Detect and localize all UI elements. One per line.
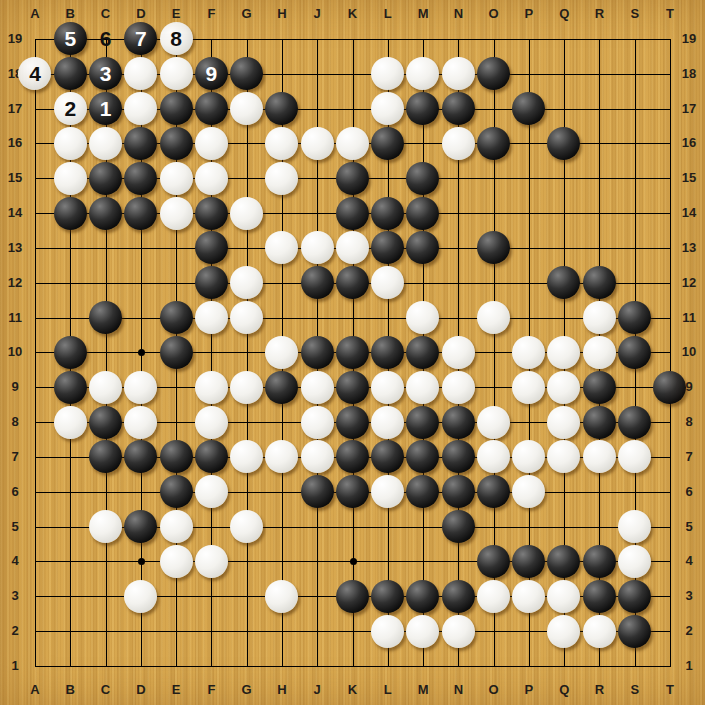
point-K5[interactable] (335, 509, 370, 544)
point-F19[interactable] (194, 22, 229, 57)
point-N2[interactable] (441, 614, 476, 649)
point-L15[interactable] (370, 161, 405, 196)
point-J19[interactable] (299, 22, 334, 57)
point-L12[interactable] (370, 265, 405, 300)
point-S15[interactable] (617, 161, 652, 196)
point-J8[interactable] (299, 405, 334, 440)
point-D18[interactable] (123, 56, 158, 91)
point-N3[interactable] (441, 579, 476, 614)
point-Q12[interactable] (546, 265, 581, 300)
point-L3[interactable] (370, 579, 405, 614)
point-Q11[interactable] (546, 300, 581, 335)
point-F3[interactable] (194, 579, 229, 614)
point-G12[interactable] (229, 265, 264, 300)
point-G2[interactable] (229, 614, 264, 649)
point-A5[interactable] (17, 509, 52, 544)
point-F18[interactable]: 9 (194, 56, 229, 91)
point-A9[interactable] (17, 370, 52, 405)
point-S5[interactable] (617, 509, 652, 544)
point-O19[interactable] (476, 22, 511, 57)
point-F16[interactable] (194, 126, 229, 161)
point-P18[interactable] (511, 56, 546, 91)
point-T7[interactable] (652, 440, 687, 475)
point-R15[interactable] (582, 161, 617, 196)
point-P3[interactable] (511, 579, 546, 614)
point-M3[interactable] (405, 579, 440, 614)
point-N11[interactable] (441, 300, 476, 335)
point-C11[interactable] (88, 300, 123, 335)
point-F10[interactable] (194, 335, 229, 370)
point-B17[interactable]: 2 (53, 91, 88, 126)
point-K6[interactable] (335, 474, 370, 509)
point-E11[interactable] (158, 300, 193, 335)
point-F17[interactable] (194, 91, 229, 126)
point-E8[interactable] (158, 405, 193, 440)
point-K8[interactable] (335, 405, 370, 440)
point-A4[interactable] (17, 544, 52, 579)
point-S9[interactable] (617, 370, 652, 405)
point-R13[interactable] (582, 231, 617, 266)
point-N19[interactable] (441, 22, 476, 57)
point-M1[interactable] (405, 648, 440, 683)
point-T10[interactable] (652, 335, 687, 370)
point-P4[interactable] (511, 544, 546, 579)
point-Q19[interactable] (546, 22, 581, 57)
point-C6[interactable] (88, 474, 123, 509)
point-J7[interactable] (299, 440, 334, 475)
point-C10[interactable] (88, 335, 123, 370)
point-Q4[interactable] (546, 544, 581, 579)
point-H19[interactable] (264, 22, 299, 57)
point-O18[interactable] (476, 56, 511, 91)
point-P14[interactable] (511, 196, 546, 231)
point-O15[interactable] (476, 161, 511, 196)
point-L2[interactable] (370, 614, 405, 649)
point-G19[interactable] (229, 22, 264, 57)
point-J13[interactable] (299, 231, 334, 266)
point-H3[interactable] (264, 579, 299, 614)
board-points-grid[interactable]: 567843921 (17, 22, 687, 684)
point-O8[interactable] (476, 405, 511, 440)
point-Q16[interactable] (546, 126, 581, 161)
point-R7[interactable] (582, 440, 617, 475)
point-H7[interactable] (264, 440, 299, 475)
point-J18[interactable] (299, 56, 334, 91)
point-D8[interactable] (123, 405, 158, 440)
point-A15[interactable] (17, 161, 52, 196)
point-N9[interactable] (441, 370, 476, 405)
point-O17[interactable] (476, 91, 511, 126)
point-D19[interactable]: 7 (123, 22, 158, 57)
point-Q8[interactable] (546, 405, 581, 440)
point-N14[interactable] (441, 196, 476, 231)
point-T11[interactable] (652, 300, 687, 335)
point-E1[interactable] (158, 648, 193, 683)
point-Q6[interactable] (546, 474, 581, 509)
point-G8[interactable] (229, 405, 264, 440)
point-L14[interactable] (370, 196, 405, 231)
point-N10[interactable] (441, 335, 476, 370)
point-P11[interactable] (511, 300, 546, 335)
point-O7[interactable] (476, 440, 511, 475)
point-A11[interactable] (17, 300, 52, 335)
point-T8[interactable] (652, 405, 687, 440)
point-K2[interactable] (335, 614, 370, 649)
point-O6[interactable] (476, 474, 511, 509)
point-F2[interactable] (194, 614, 229, 649)
point-A1[interactable] (17, 648, 52, 683)
point-K4[interactable] (335, 544, 370, 579)
point-B9[interactable] (53, 370, 88, 405)
point-M6[interactable] (405, 474, 440, 509)
point-G10[interactable] (229, 335, 264, 370)
point-A7[interactable] (17, 440, 52, 475)
point-C8[interactable] (88, 405, 123, 440)
point-D6[interactable] (123, 474, 158, 509)
point-E3[interactable] (158, 579, 193, 614)
point-O16[interactable] (476, 126, 511, 161)
point-H4[interactable] (264, 544, 299, 579)
point-J16[interactable] (299, 126, 334, 161)
point-K13[interactable] (335, 231, 370, 266)
point-A10[interactable] (17, 335, 52, 370)
point-T9[interactable] (652, 370, 687, 405)
point-C5[interactable] (88, 509, 123, 544)
point-N15[interactable] (441, 161, 476, 196)
point-S4[interactable] (617, 544, 652, 579)
point-J3[interactable] (299, 579, 334, 614)
point-P17[interactable] (511, 91, 546, 126)
point-E12[interactable] (158, 265, 193, 300)
point-D14[interactable] (123, 196, 158, 231)
point-M7[interactable] (405, 440, 440, 475)
point-O2[interactable] (476, 614, 511, 649)
point-T4[interactable] (652, 544, 687, 579)
point-L8[interactable] (370, 405, 405, 440)
point-S19[interactable] (617, 22, 652, 57)
point-R14[interactable] (582, 196, 617, 231)
point-K7[interactable] (335, 440, 370, 475)
point-O13[interactable] (476, 231, 511, 266)
point-T14[interactable] (652, 196, 687, 231)
point-A16[interactable] (17, 126, 52, 161)
point-G13[interactable] (229, 231, 264, 266)
point-L9[interactable] (370, 370, 405, 405)
point-T5[interactable] (652, 509, 687, 544)
point-N18[interactable] (441, 56, 476, 91)
point-D13[interactable] (123, 231, 158, 266)
point-C2[interactable] (88, 614, 123, 649)
point-G11[interactable] (229, 300, 264, 335)
point-J15[interactable] (299, 161, 334, 196)
point-S2[interactable] (617, 614, 652, 649)
point-F9[interactable] (194, 370, 229, 405)
point-G5[interactable] (229, 509, 264, 544)
point-H15[interactable] (264, 161, 299, 196)
point-R11[interactable] (582, 300, 617, 335)
point-N17[interactable] (441, 91, 476, 126)
point-S13[interactable] (617, 231, 652, 266)
point-F11[interactable] (194, 300, 229, 335)
point-L17[interactable] (370, 91, 405, 126)
point-P15[interactable] (511, 161, 546, 196)
point-H2[interactable] (264, 614, 299, 649)
point-S1[interactable] (617, 648, 652, 683)
point-H11[interactable] (264, 300, 299, 335)
point-M16[interactable] (405, 126, 440, 161)
point-K12[interactable] (335, 265, 370, 300)
point-R1[interactable] (582, 648, 617, 683)
point-Q2[interactable] (546, 614, 581, 649)
point-K16[interactable] (335, 126, 370, 161)
point-M11[interactable] (405, 300, 440, 335)
point-A14[interactable] (17, 196, 52, 231)
point-E6[interactable] (158, 474, 193, 509)
point-P9[interactable] (511, 370, 546, 405)
point-Q5[interactable] (546, 509, 581, 544)
point-O3[interactable] (476, 579, 511, 614)
point-H5[interactable] (264, 509, 299, 544)
point-J12[interactable] (299, 265, 334, 300)
point-Q7[interactable] (546, 440, 581, 475)
point-H9[interactable] (264, 370, 299, 405)
point-N5[interactable] (441, 509, 476, 544)
point-E16[interactable] (158, 126, 193, 161)
point-P10[interactable] (511, 335, 546, 370)
point-G7[interactable] (229, 440, 264, 475)
point-P12[interactable] (511, 265, 546, 300)
point-C7[interactable] (88, 440, 123, 475)
point-L4[interactable] (370, 544, 405, 579)
point-P13[interactable] (511, 231, 546, 266)
point-N6[interactable] (441, 474, 476, 509)
point-B18[interactable] (53, 56, 88, 91)
point-C15[interactable] (88, 161, 123, 196)
point-F13[interactable] (194, 231, 229, 266)
point-E17[interactable] (158, 91, 193, 126)
point-G9[interactable] (229, 370, 264, 405)
point-E2[interactable] (158, 614, 193, 649)
point-M5[interactable] (405, 509, 440, 544)
point-C1[interactable] (88, 648, 123, 683)
point-D2[interactable] (123, 614, 158, 649)
point-L5[interactable] (370, 509, 405, 544)
point-B8[interactable] (53, 405, 88, 440)
point-C18[interactable]: 3 (88, 56, 123, 91)
point-H18[interactable] (264, 56, 299, 91)
point-R8[interactable] (582, 405, 617, 440)
point-C17[interactable]: 1 (88, 91, 123, 126)
point-B2[interactable] (53, 614, 88, 649)
point-L1[interactable] (370, 648, 405, 683)
point-T13[interactable] (652, 231, 687, 266)
point-C4[interactable] (88, 544, 123, 579)
point-C16[interactable] (88, 126, 123, 161)
point-Q1[interactable] (546, 648, 581, 683)
point-T16[interactable] (652, 126, 687, 161)
point-B7[interactable] (53, 440, 88, 475)
point-G14[interactable] (229, 196, 264, 231)
point-F14[interactable] (194, 196, 229, 231)
point-M17[interactable] (405, 91, 440, 126)
point-G6[interactable] (229, 474, 264, 509)
point-N16[interactable] (441, 126, 476, 161)
point-A3[interactable] (17, 579, 52, 614)
point-R12[interactable] (582, 265, 617, 300)
point-J17[interactable] (299, 91, 334, 126)
point-M18[interactable] (405, 56, 440, 91)
point-F6[interactable] (194, 474, 229, 509)
point-D1[interactable] (123, 648, 158, 683)
point-K10[interactable] (335, 335, 370, 370)
point-N7[interactable] (441, 440, 476, 475)
point-T3[interactable] (652, 579, 687, 614)
point-O11[interactable] (476, 300, 511, 335)
point-E18[interactable] (158, 56, 193, 91)
point-A6[interactable] (17, 474, 52, 509)
point-E4[interactable] (158, 544, 193, 579)
point-F1[interactable] (194, 648, 229, 683)
point-H13[interactable] (264, 231, 299, 266)
point-E14[interactable] (158, 196, 193, 231)
point-D5[interactable] (123, 509, 158, 544)
point-S7[interactable] (617, 440, 652, 475)
point-B5[interactable] (53, 509, 88, 544)
point-J10[interactable] (299, 335, 334, 370)
point-P8[interactable] (511, 405, 546, 440)
point-D9[interactable] (123, 370, 158, 405)
point-G3[interactable] (229, 579, 264, 614)
point-J14[interactable] (299, 196, 334, 231)
point-J6[interactable] (299, 474, 334, 509)
point-N4[interactable] (441, 544, 476, 579)
point-F12[interactable] (194, 265, 229, 300)
point-J5[interactable] (299, 509, 334, 544)
point-O5[interactable] (476, 509, 511, 544)
point-Q18[interactable] (546, 56, 581, 91)
point-Q14[interactable] (546, 196, 581, 231)
point-D3[interactable] (123, 579, 158, 614)
point-R3[interactable] (582, 579, 617, 614)
point-O14[interactable] (476, 196, 511, 231)
point-O1[interactable] (476, 648, 511, 683)
point-F4[interactable] (194, 544, 229, 579)
point-Q3[interactable] (546, 579, 581, 614)
point-F7[interactable] (194, 440, 229, 475)
point-R19[interactable] (582, 22, 617, 57)
point-K11[interactable] (335, 300, 370, 335)
point-G1[interactable] (229, 648, 264, 683)
point-P7[interactable] (511, 440, 546, 475)
point-L6[interactable] (370, 474, 405, 509)
point-M2[interactable] (405, 614, 440, 649)
point-L16[interactable] (370, 126, 405, 161)
point-M4[interactable] (405, 544, 440, 579)
point-B13[interactable] (53, 231, 88, 266)
point-S6[interactable] (617, 474, 652, 509)
point-E9[interactable] (158, 370, 193, 405)
point-A2[interactable] (17, 614, 52, 649)
point-G16[interactable] (229, 126, 264, 161)
point-O12[interactable] (476, 265, 511, 300)
point-A12[interactable] (17, 265, 52, 300)
point-D17[interactable] (123, 91, 158, 126)
point-M9[interactable] (405, 370, 440, 405)
point-J1[interactable] (299, 648, 334, 683)
point-B3[interactable] (53, 579, 88, 614)
point-E5[interactable] (158, 509, 193, 544)
point-D11[interactable] (123, 300, 158, 335)
point-H1[interactable] (264, 648, 299, 683)
go-board[interactable]: AABBCCDDEEFFGGHHJJKKLLMMNNOOPPQQRRSSTT19… (0, 0, 705, 705)
point-M13[interactable] (405, 231, 440, 266)
point-N13[interactable] (441, 231, 476, 266)
point-D10[interactable] (123, 335, 158, 370)
point-F8[interactable] (194, 405, 229, 440)
point-O9[interactable] (476, 370, 511, 405)
point-E13[interactable] (158, 231, 193, 266)
point-S17[interactable] (617, 91, 652, 126)
point-K3[interactable] (335, 579, 370, 614)
point-D15[interactable] (123, 161, 158, 196)
point-R5[interactable] (582, 509, 617, 544)
point-P6[interactable] (511, 474, 546, 509)
point-M15[interactable] (405, 161, 440, 196)
point-T17[interactable] (652, 91, 687, 126)
point-E19[interactable]: 8 (158, 22, 193, 57)
point-R18[interactable] (582, 56, 617, 91)
point-G18[interactable] (229, 56, 264, 91)
point-H17[interactable] (264, 91, 299, 126)
point-D12[interactable] (123, 265, 158, 300)
point-Q9[interactable] (546, 370, 581, 405)
point-L10[interactable] (370, 335, 405, 370)
point-C14[interactable] (88, 196, 123, 231)
point-K17[interactable] (335, 91, 370, 126)
point-L19[interactable] (370, 22, 405, 57)
point-C9[interactable] (88, 370, 123, 405)
point-K1[interactable] (335, 648, 370, 683)
point-S8[interactable] (617, 405, 652, 440)
point-K15[interactable] (335, 161, 370, 196)
point-Q13[interactable] (546, 231, 581, 266)
point-P1[interactable] (511, 648, 546, 683)
point-B11[interactable] (53, 300, 88, 335)
point-M10[interactable] (405, 335, 440, 370)
point-L18[interactable] (370, 56, 405, 91)
point-A18[interactable]: 4 (17, 56, 52, 91)
point-S11[interactable] (617, 300, 652, 335)
point-R6[interactable] (582, 474, 617, 509)
point-P5[interactable] (511, 509, 546, 544)
point-B15[interactable] (53, 161, 88, 196)
point-M12[interactable] (405, 265, 440, 300)
point-C13[interactable] (88, 231, 123, 266)
point-K9[interactable] (335, 370, 370, 405)
point-T19[interactable] (652, 22, 687, 57)
point-S18[interactable] (617, 56, 652, 91)
point-T12[interactable] (652, 265, 687, 300)
point-B14[interactable] (53, 196, 88, 231)
point-S12[interactable] (617, 265, 652, 300)
point-D16[interactable] (123, 126, 158, 161)
point-S10[interactable] (617, 335, 652, 370)
point-G17[interactable] (229, 91, 264, 126)
point-T15[interactable] (652, 161, 687, 196)
point-B16[interactable] (53, 126, 88, 161)
point-B4[interactable] (53, 544, 88, 579)
point-J2[interactable] (299, 614, 334, 649)
